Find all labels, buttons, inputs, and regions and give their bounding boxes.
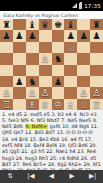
black-pawn: ♟ [54, 77, 63, 87]
square-b1[interactable] [13, 99, 26, 110]
square-c4[interactable] [26, 65, 39, 76]
move-list[interactable]: 1. e4 d5 2. exd5 e5 3. b3 e4 4. Nc3 e3 5… [0, 110, 103, 170]
black-pawn: ♟ [79, 31, 88, 41]
square-h5[interactable] [90, 53, 103, 64]
square-f6[interactable]: ♘ [64, 42, 77, 53]
game-title: Gata Kamsky vs Magnus Carlsen [3, 13, 78, 18]
square-b7[interactable]: ♟ [13, 30, 26, 41]
title-bar: Gata Kamsky vs Magnus Carlsen [0, 11, 103, 19]
square-d4[interactable] [39, 65, 52, 76]
white-knight: ♘ [67, 43, 76, 53]
square-e1[interactable]: ♔ [52, 99, 65, 110]
white-bishop: ♗ [28, 100, 37, 110]
clock-text: 17:35 [84, 3, 101, 9]
square-h2[interactable]: ♙ [90, 87, 103, 98]
black-bishop: ♝ [28, 20, 37, 30]
square-a2[interactable]: ♙ [0, 87, 13, 98]
square-d1[interactable]: ♕ [39, 99, 52, 110]
black-rook: ♜ [2, 20, 11, 30]
square-e2[interactable] [52, 87, 65, 98]
go-to-end-button[interactable]: ▶| [87, 173, 99, 180]
signal-icon [72, 3, 77, 8]
square-c5[interactable] [26, 53, 39, 64]
square-h3[interactable] [90, 76, 103, 87]
square-f1[interactable]: ♗ [64, 99, 77, 110]
flip-board-button[interactable]: ⇅ [4, 173, 16, 180]
square-d7[interactable] [39, 30, 52, 41]
square-g7[interactable]: ♟ [77, 30, 90, 41]
white-pawn: ♙ [41, 88, 50, 98]
black-knight: ♞ [54, 54, 63, 64]
square-c7[interactable]: ♟ [26, 30, 39, 41]
square-a3[interactable] [0, 76, 13, 87]
square-f2[interactable] [64, 87, 77, 98]
square-b3[interactable]: ♟ [13, 76, 26, 87]
square-e3[interactable]: ♟ [52, 76, 65, 87]
white-pawn: ♙ [2, 88, 11, 98]
black-pawn: ♟ [2, 31, 11, 41]
white-queen: ♕ [41, 100, 50, 110]
square-a5[interactable] [0, 53, 13, 64]
black-pawn: ♟ [15, 31, 24, 41]
square-f5[interactable] [64, 53, 77, 64]
square-a4[interactable] [0, 65, 13, 76]
square-d3[interactable] [39, 76, 52, 87]
black-pawn: ♟ [67, 31, 76, 41]
square-d6[interactable] [39, 42, 52, 53]
square-c6[interactable] [26, 42, 39, 53]
previous-move-button[interactable]: ◀ [45, 173, 57, 180]
chess-board[interactable]: ♜♝♛♚♝♜♟♟♟♟♟♟♘♙♞♟♞♟♙♙♙♙♙♖♗♕♔♗♘♖ [0, 19, 103, 110]
square-e8[interactable]: ♚ [52, 19, 65, 30]
black-pawn: ♟ [92, 31, 101, 41]
square-a1[interactable]: ♖ [0, 99, 13, 110]
square-f3[interactable] [64, 76, 77, 87]
black-bishop: ♝ [67, 20, 76, 30]
square-g5[interactable] [77, 53, 90, 64]
square-e6[interactable] [52, 42, 65, 53]
square-b6[interactable] [13, 42, 26, 53]
square-f4[interactable] [64, 65, 77, 76]
white-pawn: ♙ [92, 88, 101, 98]
square-h4[interactable] [90, 65, 103, 76]
battery-icon [79, 3, 83, 9]
navigation-toolbar: ⇅|◀◀▶▶| [0, 170, 103, 183]
square-g4[interactable] [77, 65, 90, 76]
square-d2[interactable]: ♙ [39, 87, 52, 98]
square-a7[interactable]: ♟ [0, 30, 13, 41]
square-b4[interactable] [13, 65, 26, 76]
square-b8[interactable] [13, 19, 26, 30]
square-b5[interactable] [13, 53, 26, 64]
square-a6[interactable] [0, 42, 13, 53]
square-c1[interactable]: ♗ [26, 99, 39, 110]
white-rook: ♖ [2, 100, 11, 110]
square-e4[interactable] [52, 65, 65, 76]
white-bishop: ♗ [67, 100, 76, 110]
black-queen: ♛ [41, 20, 50, 30]
square-g8[interactable] [77, 19, 90, 30]
black-rook: ♜ [92, 20, 101, 30]
next-move-button[interactable]: ▶ [66, 173, 78, 180]
current-move-highlight[interactable]: 9. Nxf6+ [25, 124, 49, 129]
square-g6[interactable] [77, 42, 90, 53]
square-h8[interactable]: ♜ [90, 19, 103, 30]
square-c8[interactable]: ♝ [26, 19, 39, 30]
go-to-start-button[interactable]: |◀ [25, 173, 37, 180]
square-f7[interactable]: ♟ [64, 30, 77, 41]
square-d5[interactable]: ♙ [39, 53, 52, 64]
black-king: ♚ [54, 20, 63, 30]
square-g1[interactable]: ♘ [77, 99, 90, 110]
square-f8[interactable]: ♝ [64, 19, 77, 30]
square-d8[interactable]: ♛ [39, 19, 52, 30]
white-pawn: ♙ [28, 88, 37, 98]
square-h7[interactable]: ♟ [90, 30, 103, 41]
square-c3[interactable]: ♞ [26, 76, 39, 87]
square-e7[interactable] [52, 30, 65, 41]
moves-after-current[interactable]: gxf6 10. d4 Ng6 11. Qh5 Qe7 12. Bd3 Bd7 … [2, 124, 101, 170]
black-knight: ♞ [28, 77, 37, 87]
white-rook: ♖ [92, 100, 101, 110]
white-knight: ♘ [79, 100, 88, 110]
square-h1[interactable]: ♖ [90, 99, 103, 110]
black-pawn: ♟ [28, 31, 37, 41]
square-b2[interactable] [13, 87, 26, 98]
white-pawn: ♙ [79, 88, 88, 98]
white-king: ♔ [54, 100, 63, 110]
black-pawn: ♟ [15, 77, 24, 87]
white-pawn: ♙ [41, 54, 50, 64]
square-c2[interactable]: ♙ [26, 87, 39, 98]
square-g3[interactable] [77, 76, 90, 87]
square-a8[interactable]: ♜ [0, 19, 13, 30]
status-bar: 17:35 [0, 0, 103, 11]
square-h6[interactable] [90, 42, 103, 53]
square-g2[interactable]: ♙ [77, 87, 90, 98]
square-e5[interactable]: ♞ [52, 53, 65, 64]
